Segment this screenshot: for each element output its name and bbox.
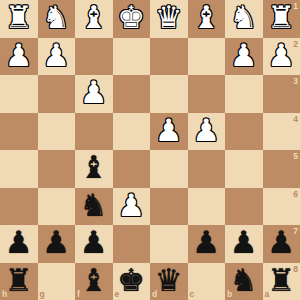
black-pawn[interactable]: ♟ bbox=[80, 224, 108, 262]
white-king[interactable]: ♚ bbox=[117, 0, 145, 37]
square-h2[interactable]: ♟ bbox=[0, 38, 38, 76]
black-knight[interactable]: ♞ bbox=[80, 187, 108, 225]
black-pawn[interactable]: ♟ bbox=[192, 224, 220, 262]
square-d1[interactable]: ♛ bbox=[150, 0, 188, 38]
black-rook[interactable]: ♜ bbox=[267, 262, 295, 300]
square-a3[interactable]: 3 bbox=[263, 75, 301, 113]
white-bishop[interactable]: ♝ bbox=[80, 0, 108, 37]
square-d8[interactable]: ♛d bbox=[150, 263, 188, 300]
square-d2[interactable] bbox=[150, 38, 188, 76]
file-label: c bbox=[190, 290, 195, 299]
white-rook[interactable]: ♜ bbox=[5, 0, 33, 37]
black-knight[interactable]: ♞ bbox=[230, 262, 258, 300]
square-g8[interactable]: g bbox=[38, 263, 76, 300]
square-e8[interactable]: ♚e bbox=[113, 263, 151, 300]
square-c2[interactable] bbox=[188, 38, 226, 76]
square-f4[interactable] bbox=[75, 113, 113, 151]
white-knight[interactable]: ♞ bbox=[230, 0, 258, 37]
white-pawn[interactable]: ♟ bbox=[230, 37, 258, 75]
white-pawn[interactable]: ♟ bbox=[192, 112, 220, 150]
white-pawn[interactable]: ♟ bbox=[5, 37, 33, 75]
square-d5[interactable] bbox=[150, 150, 188, 188]
square-f3[interactable]: ♟ bbox=[75, 75, 113, 113]
square-f5[interactable]: ♝ bbox=[75, 150, 113, 188]
square-f1[interactable]: ♝ bbox=[75, 0, 113, 38]
square-c6[interactable] bbox=[188, 188, 226, 226]
black-pawn[interactable]: ♟ bbox=[230, 224, 258, 262]
square-e6[interactable]: ♟ bbox=[113, 188, 151, 226]
square-e1[interactable]: ♚ bbox=[113, 0, 151, 38]
square-h6[interactable] bbox=[0, 188, 38, 226]
black-bishop[interactable]: ♝ bbox=[80, 149, 108, 187]
square-g7[interactable]: ♟ bbox=[38, 225, 76, 263]
white-queen[interactable]: ♛ bbox=[155, 0, 183, 37]
black-queen[interactable]: ♛ bbox=[155, 262, 183, 300]
file-label: g bbox=[40, 290, 45, 299]
rank-label: 3 bbox=[293, 77, 298, 86]
square-g4[interactable] bbox=[38, 113, 76, 151]
square-a6[interactable]: 6 bbox=[263, 188, 301, 226]
square-c4[interactable]: ♟ bbox=[188, 113, 226, 151]
square-c7[interactable]: ♟ bbox=[188, 225, 226, 263]
square-b2[interactable]: ♟ bbox=[225, 38, 263, 76]
square-e4[interactable] bbox=[113, 113, 151, 151]
square-c8[interactable]: c bbox=[188, 263, 226, 300]
black-bishop[interactable]: ♝ bbox=[80, 262, 108, 300]
square-h8[interactable]: ♜h bbox=[0, 263, 38, 300]
square-h1[interactable]: ♜ bbox=[0, 0, 38, 38]
square-g3[interactable] bbox=[38, 75, 76, 113]
black-pawn[interactable]: ♟ bbox=[267, 224, 295, 262]
square-b5[interactable] bbox=[225, 150, 263, 188]
square-h3[interactable] bbox=[0, 75, 38, 113]
black-pawn[interactable]: ♟ bbox=[5, 224, 33, 262]
square-d6[interactable] bbox=[150, 188, 188, 226]
square-f2[interactable] bbox=[75, 38, 113, 76]
square-f6[interactable]: ♞ bbox=[75, 188, 113, 226]
square-d3[interactable] bbox=[150, 75, 188, 113]
square-b4[interactable] bbox=[225, 113, 263, 151]
square-c5[interactable] bbox=[188, 150, 226, 188]
black-pawn[interactable]: ♟ bbox=[42, 224, 70, 262]
square-f8[interactable]: ♝f bbox=[75, 263, 113, 300]
white-knight[interactable]: ♞ bbox=[42, 0, 70, 37]
square-a7[interactable]: ♟7 bbox=[263, 225, 301, 263]
square-g6[interactable] bbox=[38, 188, 76, 226]
square-b8[interactable]: ♞b bbox=[225, 263, 263, 300]
square-f7[interactable]: ♟ bbox=[75, 225, 113, 263]
square-b6[interactable] bbox=[225, 188, 263, 226]
chess-board: ♜♞♝♚♛♝♞♜1♟♟♟♟2♟3♟♟4♝5♞♟6♟♟♟♟♟♟7♜hg♝f♚e♛d… bbox=[0, 0, 300, 300]
rank-label: 6 bbox=[293, 190, 298, 199]
square-e7[interactable] bbox=[113, 225, 151, 263]
square-h5[interactable] bbox=[0, 150, 38, 188]
white-pawn[interactable]: ♟ bbox=[155, 112, 183, 150]
square-c1[interactable]: ♝ bbox=[188, 0, 226, 38]
black-king[interactable]: ♚ bbox=[117, 262, 145, 300]
white-rook[interactable]: ♜ bbox=[267, 0, 295, 37]
square-e5[interactable] bbox=[113, 150, 151, 188]
rank-label: 5 bbox=[293, 152, 298, 161]
square-b7[interactable]: ♟ bbox=[225, 225, 263, 263]
square-d7[interactable] bbox=[150, 225, 188, 263]
square-a2[interactable]: ♟2 bbox=[263, 38, 301, 76]
square-a8[interactable]: ♜8a bbox=[263, 263, 301, 300]
square-g2[interactable]: ♟ bbox=[38, 38, 76, 76]
square-a5[interactable]: 5 bbox=[263, 150, 301, 188]
square-a1[interactable]: ♜1 bbox=[263, 0, 301, 38]
white-pawn[interactable]: ♟ bbox=[42, 37, 70, 75]
square-c3[interactable] bbox=[188, 75, 226, 113]
white-pawn[interactable]: ♟ bbox=[80, 74, 108, 112]
white-bishop[interactable]: ♝ bbox=[192, 0, 220, 37]
square-g1[interactable]: ♞ bbox=[38, 0, 76, 38]
square-g5[interactable] bbox=[38, 150, 76, 188]
square-e2[interactable] bbox=[113, 38, 151, 76]
square-h7[interactable]: ♟ bbox=[0, 225, 38, 263]
white-pawn[interactable]: ♟ bbox=[267, 37, 295, 75]
square-b3[interactable] bbox=[225, 75, 263, 113]
square-a4[interactable]: 4 bbox=[263, 113, 301, 151]
black-rook[interactable]: ♜ bbox=[5, 262, 33, 300]
square-b1[interactable]: ♞ bbox=[225, 0, 263, 38]
square-e3[interactable] bbox=[113, 75, 151, 113]
square-d4[interactable]: ♟ bbox=[150, 113, 188, 151]
white-pawn[interactable]: ♟ bbox=[117, 187, 145, 225]
rank-label: 4 bbox=[293, 115, 298, 124]
square-h4[interactable] bbox=[0, 113, 38, 151]
